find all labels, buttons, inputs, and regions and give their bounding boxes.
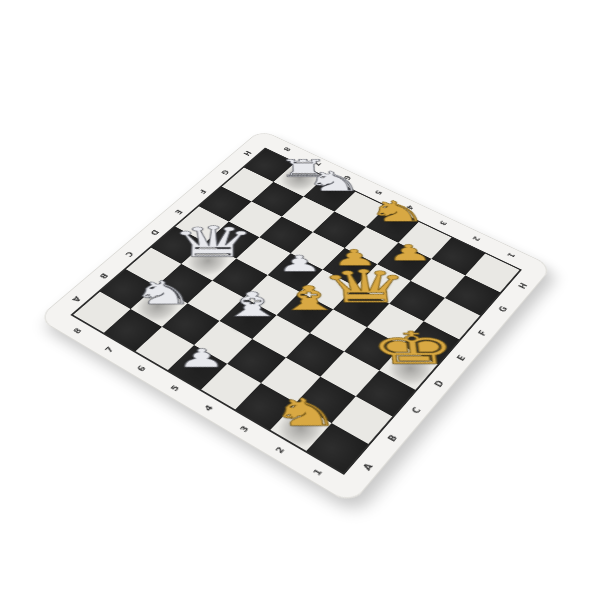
file-label-bottom-B: B: [386, 433, 399, 443]
rank-label-left-7: 7: [104, 346, 115, 354]
file-label-top-B: B: [97, 272, 108, 280]
chess-board: [70, 147, 522, 475]
file-label-top-D: D: [148, 228, 159, 235]
file-label-bottom-D: D: [433, 379, 445, 388]
pieces-layer: ♛♜♞♞♝♟♟♝♞♟♛♟♞♚: [37, 129, 261, 318]
chess-mat: AA88BB77CC66DD55EE44FF33GG22HH11 ♛♜♞♞♝♟♟…: [37, 129, 553, 505]
file-label-bottom-F: F: [476, 329, 487, 337]
rank-label-right-1: 1: [505, 252, 516, 259]
file-label-bottom-A: A: [361, 462, 374, 472]
file-label-bottom-E: E: [455, 354, 466, 362]
file-label-top-F: F: [196, 188, 206, 194]
silver-knight-glyph: ♞: [303, 168, 364, 195]
file-label-top-G: G: [219, 168, 230, 175]
product-photo-scene: AA88BB77CC66DD55EE44FF33GG22HH11 ♛♜♞♞♝♟♟…: [0, 0, 600, 600]
rank-label-right-8: 8: [281, 146, 291, 152]
file-label-bottom-H: H: [517, 282, 529, 290]
rank-label-left-5: 5: [169, 384, 181, 392]
silver-queen-glyph: ♛: [168, 221, 258, 263]
rank-label-left-6: 6: [136, 365, 148, 373]
rank-label-right-3: 3: [437, 220, 447, 227]
rank-label-left-2: 2: [275, 446, 287, 455]
silver-pawn-glyph: ♟: [276, 252, 323, 274]
rank-label-left-1: 1: [312, 468, 324, 477]
gold-knight-glyph: ♞: [365, 197, 429, 226]
file-label-bottom-C: C: [410, 406, 422, 415]
file-label-top-E: E: [172, 208, 182, 215]
file-label-top-C: C: [123, 250, 134, 257]
rank-label-left-8: 8: [72, 327, 83, 335]
file-label-top-A: A: [70, 294, 81, 302]
file-label-bottom-G: G: [497, 305, 509, 313]
rank-label-left-4: 4: [203, 404, 215, 413]
rank-label-left-3: 3: [238, 425, 250, 434]
rank-label-right-2: 2: [471, 235, 482, 242]
file-label-top-H: H: [241, 149, 252, 156]
